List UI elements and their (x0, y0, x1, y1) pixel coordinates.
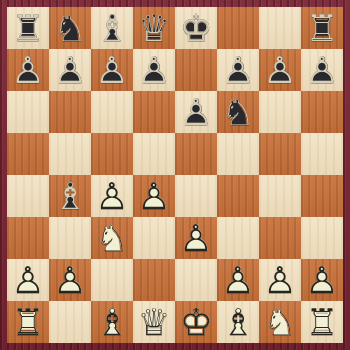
square-d4[interactable] (133, 175, 175, 217)
piece-black-queen[interactable] (133, 7, 175, 49)
square-a2[interactable] (7, 259, 49, 301)
piece-white-knight[interactable] (91, 217, 133, 259)
square-b8[interactable] (49, 7, 91, 49)
square-b4[interactable] (49, 175, 91, 217)
square-f1[interactable] (217, 301, 259, 343)
square-h8[interactable] (301, 7, 343, 49)
square-d3[interactable] (133, 217, 175, 259)
piece-black-pawn[interactable] (91, 49, 133, 91)
piece-white-bishop[interactable] (91, 301, 133, 343)
piece-black-rook[interactable] (301, 7, 343, 49)
board-frame (0, 0, 350, 350)
square-f4[interactable] (217, 175, 259, 217)
piece-black-pawn[interactable] (49, 49, 91, 91)
chess-board (7, 7, 343, 343)
piece-white-king[interactable] (175, 301, 217, 343)
square-a4[interactable] (7, 175, 49, 217)
piece-black-pawn[interactable] (7, 49, 49, 91)
square-c8[interactable] (91, 7, 133, 49)
square-c4[interactable] (91, 175, 133, 217)
square-e7[interactable] (175, 49, 217, 91)
square-d7[interactable] (133, 49, 175, 91)
square-b3[interactable] (49, 217, 91, 259)
piece-black-pawn[interactable] (175, 91, 217, 133)
square-g2[interactable] (259, 259, 301, 301)
piece-black-pawn[interactable] (217, 49, 259, 91)
piece-black-knight[interactable] (49, 7, 91, 49)
square-e8[interactable] (175, 7, 217, 49)
square-a5[interactable] (7, 133, 49, 175)
square-g7[interactable] (259, 49, 301, 91)
square-e1[interactable] (175, 301, 217, 343)
square-a6[interactable] (7, 91, 49, 133)
square-h5[interactable] (301, 133, 343, 175)
square-c3[interactable] (91, 217, 133, 259)
square-e4[interactable] (175, 175, 217, 217)
square-f8[interactable] (217, 7, 259, 49)
square-g3[interactable] (259, 217, 301, 259)
square-g6[interactable] (259, 91, 301, 133)
piece-black-pawn[interactable] (301, 49, 343, 91)
square-f3[interactable] (217, 217, 259, 259)
square-a7[interactable] (7, 49, 49, 91)
square-d6[interactable] (133, 91, 175, 133)
square-d5[interactable] (133, 133, 175, 175)
piece-white-pawn[interactable] (259, 259, 301, 301)
piece-black-king[interactable] (175, 7, 217, 49)
square-b7[interactable] (49, 49, 91, 91)
square-f6[interactable] (217, 91, 259, 133)
piece-white-pawn[interactable] (217, 259, 259, 301)
square-g5[interactable] (259, 133, 301, 175)
piece-white-pawn[interactable] (49, 259, 91, 301)
square-g8[interactable] (259, 7, 301, 49)
square-c1[interactable] (91, 301, 133, 343)
square-e6[interactable] (175, 91, 217, 133)
square-h4[interactable] (301, 175, 343, 217)
square-c2[interactable] (91, 259, 133, 301)
square-f5[interactable] (217, 133, 259, 175)
square-d2[interactable] (133, 259, 175, 301)
square-e3[interactable] (175, 217, 217, 259)
piece-black-pawn[interactable] (259, 49, 301, 91)
piece-black-rook[interactable] (7, 7, 49, 49)
piece-white-pawn[interactable] (175, 217, 217, 259)
square-h7[interactable] (301, 49, 343, 91)
square-h1[interactable] (301, 301, 343, 343)
piece-black-pawn[interactable] (133, 49, 175, 91)
square-c5[interactable] (91, 133, 133, 175)
piece-white-pawn[interactable] (133, 175, 175, 217)
square-b5[interactable] (49, 133, 91, 175)
piece-white-pawn[interactable] (91, 175, 133, 217)
square-h6[interactable] (301, 91, 343, 133)
square-a3[interactable] (7, 217, 49, 259)
square-h3[interactable] (301, 217, 343, 259)
square-f2[interactable] (217, 259, 259, 301)
piece-white-queen[interactable] (133, 301, 175, 343)
square-h2[interactable] (301, 259, 343, 301)
square-f7[interactable] (217, 49, 259, 91)
square-d8[interactable] (133, 7, 175, 49)
piece-white-rook[interactable] (7, 301, 49, 343)
piece-black-bishop[interactable] (91, 7, 133, 49)
piece-white-pawn[interactable] (7, 259, 49, 301)
square-b6[interactable] (49, 91, 91, 133)
square-a1[interactable] (7, 301, 49, 343)
square-c6[interactable] (91, 91, 133, 133)
square-a8[interactable] (7, 7, 49, 49)
square-c7[interactable] (91, 49, 133, 91)
square-b1[interactable] (49, 301, 91, 343)
square-e2[interactable] (175, 259, 217, 301)
square-e5[interactable] (175, 133, 217, 175)
piece-white-rook[interactable] (301, 301, 343, 343)
square-g4[interactable] (259, 175, 301, 217)
piece-black-knight[interactable] (217, 91, 259, 133)
square-d1[interactable] (133, 301, 175, 343)
piece-white-bishop[interactable] (217, 301, 259, 343)
square-b2[interactable] (49, 259, 91, 301)
piece-white-pawn[interactable] (301, 259, 343, 301)
piece-white-knight[interactable] (259, 301, 301, 343)
square-g1[interactable] (259, 301, 301, 343)
piece-black-bishop[interactable] (49, 175, 91, 217)
